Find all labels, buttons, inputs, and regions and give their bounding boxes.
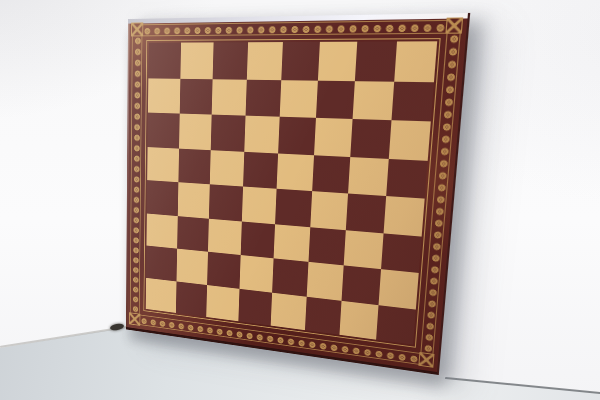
board-square (381, 233, 422, 273)
board-square (147, 147, 178, 183)
board-square (355, 41, 397, 81)
board-square (391, 81, 434, 121)
scene (0, 0, 600, 400)
board-square (310, 191, 348, 230)
board-square (178, 148, 211, 184)
board-square (314, 118, 353, 157)
board-square (244, 116, 280, 153)
board-square (211, 115, 245, 152)
board-square (383, 196, 425, 236)
board-square (210, 150, 244, 187)
board-square (388, 120, 431, 160)
board-square (280, 80, 318, 118)
board-square (208, 218, 241, 255)
board-square (177, 182, 209, 218)
board-square (146, 213, 177, 248)
board-square (209, 184, 243, 221)
board-square (274, 224, 310, 262)
board-square (176, 281, 208, 317)
board-square (394, 41, 437, 81)
border-corner-rosette-top-left (131, 22, 143, 36)
board-square (308, 227, 346, 266)
board-square (206, 285, 239, 322)
board-square (180, 42, 214, 78)
board-square (278, 117, 315, 155)
board-square (317, 42, 357, 81)
board-square (148, 43, 180, 79)
border-corner-rosette-bottom-right (418, 352, 434, 368)
board-square (386, 158, 428, 198)
board-square (146, 246, 177, 281)
border-corner-rosette-bottom-left (129, 312, 140, 326)
board-square (272, 258, 308, 296)
board-square (207, 252, 240, 289)
board-square (353, 81, 394, 120)
board-square (378, 269, 419, 309)
board-square (344, 230, 383, 269)
board-squares-grid (146, 41, 437, 344)
board-square (346, 193, 386, 232)
board-square (271, 292, 307, 330)
board-square (176, 249, 208, 285)
board-square (179, 78, 212, 114)
board-square (148, 78, 180, 114)
board-square (277, 153, 314, 191)
board-square (246, 42, 283, 80)
board-square (148, 113, 180, 149)
board-square (348, 157, 388, 196)
board-square (239, 255, 273, 292)
board-square (339, 300, 378, 339)
board-square (146, 277, 176, 312)
board-square (243, 151, 278, 188)
board-square (240, 221, 275, 258)
board-square (245, 79, 281, 116)
board-square (304, 296, 341, 335)
board-square (238, 288, 272, 325)
ornate-border-band-left (130, 35, 143, 314)
board-square (350, 119, 391, 158)
board-square (212, 79, 247, 116)
board-square (177, 216, 209, 252)
board-square (306, 262, 343, 301)
board-square (315, 80, 354, 119)
chess-board (126, 13, 470, 375)
board-square (312, 155, 351, 194)
board-square (213, 42, 248, 79)
board-square (376, 305, 416, 345)
board-square (147, 180, 178, 216)
board-square (241, 186, 276, 223)
board-square (179, 114, 212, 150)
board-square (275, 189, 312, 227)
border-corner-rosette-top-right (445, 17, 463, 33)
board-square (281, 42, 319, 80)
board-square (342, 265, 381, 304)
